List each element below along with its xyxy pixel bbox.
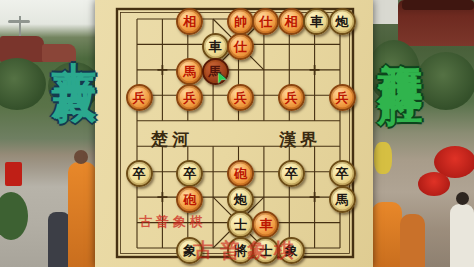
piece-char: 兵: [183, 91, 196, 104]
piece-red-兵[interactable]: 兵: [278, 84, 305, 111]
piece-red-砲[interactable]: 砲: [176, 186, 203, 213]
piece-black-炮[interactable]: 炮: [227, 186, 254, 213]
piece-char: 馬: [183, 65, 196, 78]
lamp-arm: [8, 20, 30, 23]
piece-red-兵[interactable]: 兵: [176, 84, 203, 111]
piece-red-仕[interactable]: 仕: [252, 8, 279, 35]
piece-char: 將: [234, 244, 247, 257]
piece-char: 車: [209, 40, 222, 53]
piece-red-車[interactable]: 車: [252, 211, 279, 238]
piece-black-士[interactable]: 士: [252, 237, 279, 264]
video-frame: 楚河 漢界 相帥仕相車炮車仕馬馬兵兵兵兵兵卒卒砲卒卒砲炮馬士車象將士象 古普象棋…: [0, 0, 474, 267]
piece-char: 馬: [336, 193, 349, 206]
piece-char: 仕: [234, 40, 247, 53]
red-flag: [5, 162, 22, 186]
person-white: [450, 204, 474, 267]
piece-char: 卒: [183, 167, 196, 180]
person-orange: [400, 214, 425, 267]
piece-red-馬[interactable]: 馬: [176, 58, 203, 85]
bush-blob: [0, 192, 28, 240]
piece-red-兵[interactable]: 兵: [329, 84, 356, 111]
piece-red-帥[interactable]: 帥: [227, 8, 254, 35]
person-orange: [372, 202, 402, 267]
piece-black-象[interactable]: 象: [176, 237, 203, 264]
piece-black-卒[interactable]: 卒: [126, 160, 153, 187]
piece-black-卒[interactable]: 卒: [176, 160, 203, 187]
red-umbrella: [418, 172, 450, 196]
piece-red-相[interactable]: 相: [176, 8, 203, 35]
piece-char: 卒: [285, 167, 298, 180]
person-head: [456, 192, 469, 205]
piece-char: 兵: [133, 91, 146, 104]
piece-black-將[interactable]: 將: [227, 237, 254, 264]
piece-char: 相: [285, 15, 298, 28]
piece-char: 炮: [234, 193, 247, 206]
tree-blob: [48, 62, 100, 110]
piece-char: 車: [259, 218, 272, 231]
pavilion-ridge: [402, 0, 474, 10]
piece-char: 兵: [336, 91, 349, 104]
person-orange: [68, 162, 96, 267]
yellow-balloon: [374, 142, 392, 174]
piece-black-馬[interactable]: 馬: [329, 186, 356, 213]
xiangqi-board: 楚河 漢界 相帥仕相車炮車仕馬馬兵兵兵兵兵卒卒砲卒卒砲炮馬士車象將士象 古普象棋…: [95, 0, 373, 267]
piece-black-卒[interactable]: 卒: [329, 160, 356, 187]
piece-char: 帥: [234, 15, 247, 28]
white-building: [372, 0, 398, 24]
piece-red-砲[interactable]: 砲: [227, 160, 254, 187]
piece-char: 卒: [336, 167, 349, 180]
piece-char: 炮: [336, 15, 349, 28]
banner-right-text: 旗开得胜: [378, 27, 423, 51]
piece-red-仕[interactable]: 仕: [227, 33, 254, 60]
piece-black-炮[interactable]: 炮: [329, 8, 356, 35]
piece-char: 象: [285, 244, 298, 257]
piece-char: 相: [183, 15, 196, 28]
piece-char: 車: [310, 15, 323, 28]
piece-char: 兵: [285, 91, 298, 104]
piece-red-相[interactable]: 相: [278, 8, 305, 35]
banner-left-text: 古普大叔: [52, 25, 97, 49]
piece-red-兵[interactable]: 兵: [227, 84, 254, 111]
piece-char: 仕: [259, 15, 272, 28]
piece-black-卒[interactable]: 卒: [278, 160, 305, 187]
piece-char: 砲: [234, 167, 247, 180]
piece-char: 砲: [183, 193, 196, 206]
piece-black-車[interactable]: 車: [202, 33, 229, 60]
tree-blob: [0, 58, 46, 110]
piece-char: 象: [183, 244, 196, 257]
piece-black-車[interactable]: 車: [303, 8, 330, 35]
piece-char: 兵: [234, 91, 247, 104]
piece-layer: 相帥仕相車炮車仕馬馬兵兵兵兵兵卒卒砲卒卒砲炮馬士車象將士象: [95, 0, 373, 267]
piece-black-象[interactable]: 象: [278, 237, 305, 264]
piece-red-兵[interactable]: 兵: [126, 84, 153, 111]
piece-char: 士: [234, 218, 247, 231]
piece-char: 卒: [133, 167, 146, 180]
piece-black-士[interactable]: 士: [227, 211, 254, 238]
piece-char: 士: [259, 244, 272, 257]
person-head: [74, 150, 88, 164]
tree-blob: [416, 52, 474, 110]
person-dark: [48, 212, 70, 267]
